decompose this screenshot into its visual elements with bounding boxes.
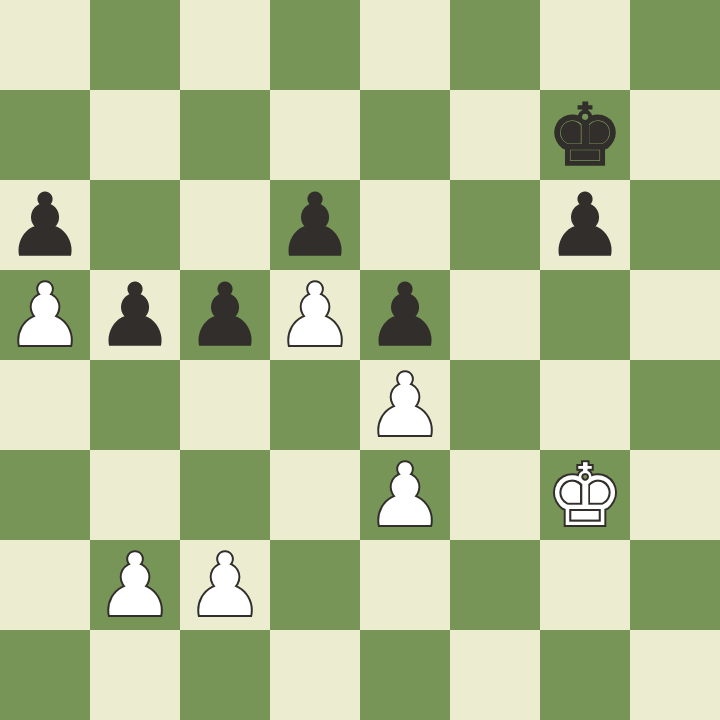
square-h2[interactable] bbox=[630, 540, 720, 630]
square-h6[interactable] bbox=[630, 180, 720, 270]
piece-white-king-g3[interactable]: ♚ bbox=[540, 450, 630, 540]
square-e1[interactable] bbox=[360, 630, 450, 720]
square-f6[interactable] bbox=[450, 180, 540, 270]
square-a5[interactable]: ♟ bbox=[0, 270, 90, 360]
piece-white-pawn-e3[interactable]: ♟ bbox=[360, 450, 450, 540]
square-h5[interactable] bbox=[630, 270, 720, 360]
piece-white-pawn-a5[interactable]: ♟ bbox=[0, 270, 90, 360]
square-e6[interactable] bbox=[360, 180, 450, 270]
square-c6[interactable] bbox=[180, 180, 270, 270]
piece-black-pawn-e5[interactable]: ♟ bbox=[360, 270, 450, 360]
piece-black-pawn-d6[interactable]: ♟ bbox=[270, 180, 360, 270]
square-b5[interactable]: ♟ bbox=[90, 270, 180, 360]
square-a8[interactable] bbox=[0, 0, 90, 90]
square-c5[interactable]: ♟ bbox=[180, 270, 270, 360]
piece-black-king-g7[interactable]: ♚ bbox=[540, 90, 630, 180]
square-h8[interactable] bbox=[630, 0, 720, 90]
square-a2[interactable] bbox=[0, 540, 90, 630]
square-b8[interactable] bbox=[90, 0, 180, 90]
square-d4[interactable] bbox=[270, 360, 360, 450]
square-f7[interactable] bbox=[450, 90, 540, 180]
piece-black-pawn-b5[interactable]: ♟ bbox=[90, 270, 180, 360]
square-f4[interactable] bbox=[450, 360, 540, 450]
square-f1[interactable] bbox=[450, 630, 540, 720]
piece-black-pawn-c5[interactable]: ♟ bbox=[180, 270, 270, 360]
square-d3[interactable] bbox=[270, 450, 360, 540]
square-b4[interactable] bbox=[90, 360, 180, 450]
piece-white-pawn-b2[interactable]: ♟ bbox=[90, 540, 180, 630]
piece-black-pawn-a6[interactable]: ♟ bbox=[0, 180, 90, 270]
square-g3[interactable]: ♚ bbox=[540, 450, 630, 540]
square-b1[interactable] bbox=[90, 630, 180, 720]
square-g5[interactable] bbox=[540, 270, 630, 360]
square-c2[interactable]: ♟ bbox=[180, 540, 270, 630]
piece-black-pawn-g6[interactable]: ♟ bbox=[540, 180, 630, 270]
square-d1[interactable] bbox=[270, 630, 360, 720]
square-a1[interactable] bbox=[0, 630, 90, 720]
square-d2[interactable] bbox=[270, 540, 360, 630]
square-b7[interactable] bbox=[90, 90, 180, 180]
square-e7[interactable] bbox=[360, 90, 450, 180]
square-a7[interactable] bbox=[0, 90, 90, 180]
square-e4[interactable]: ♟ bbox=[360, 360, 450, 450]
square-f3[interactable] bbox=[450, 450, 540, 540]
piece-white-pawn-c2[interactable]: ♟ bbox=[180, 540, 270, 630]
square-a3[interactable] bbox=[0, 450, 90, 540]
square-e2[interactable] bbox=[360, 540, 450, 630]
square-g1[interactable] bbox=[540, 630, 630, 720]
square-a6[interactable]: ♟ bbox=[0, 180, 90, 270]
square-f2[interactable] bbox=[450, 540, 540, 630]
square-g6[interactable]: ♟ bbox=[540, 180, 630, 270]
square-e8[interactable] bbox=[360, 0, 450, 90]
square-c7[interactable] bbox=[180, 90, 270, 180]
square-h1[interactable] bbox=[630, 630, 720, 720]
square-d8[interactable] bbox=[270, 0, 360, 90]
square-h3[interactable] bbox=[630, 450, 720, 540]
square-f5[interactable] bbox=[450, 270, 540, 360]
piece-white-pawn-d5[interactable]: ♟ bbox=[270, 270, 360, 360]
square-e5[interactable]: ♟ bbox=[360, 270, 450, 360]
chess-board: ♚♟♟♟♟♟♟♟♟♟♟♚♟♟ bbox=[0, 0, 720, 720]
square-g7[interactable]: ♚ bbox=[540, 90, 630, 180]
square-d5[interactable]: ♟ bbox=[270, 270, 360, 360]
square-d7[interactable] bbox=[270, 90, 360, 180]
square-a4[interactable] bbox=[0, 360, 90, 450]
square-b3[interactable] bbox=[90, 450, 180, 540]
square-g4[interactable] bbox=[540, 360, 630, 450]
piece-white-pawn-e4[interactable]: ♟ bbox=[360, 360, 450, 450]
square-f8[interactable] bbox=[450, 0, 540, 90]
square-h4[interactable] bbox=[630, 360, 720, 450]
square-h7[interactable] bbox=[630, 90, 720, 180]
square-e3[interactable]: ♟ bbox=[360, 450, 450, 540]
square-d6[interactable]: ♟ bbox=[270, 180, 360, 270]
square-b2[interactable]: ♟ bbox=[90, 540, 180, 630]
square-g8[interactable] bbox=[540, 0, 630, 90]
square-b6[interactable] bbox=[90, 180, 180, 270]
square-c8[interactable] bbox=[180, 0, 270, 90]
square-g2[interactable] bbox=[540, 540, 630, 630]
square-c4[interactable] bbox=[180, 360, 270, 450]
square-c3[interactable] bbox=[180, 450, 270, 540]
square-c1[interactable] bbox=[180, 630, 270, 720]
